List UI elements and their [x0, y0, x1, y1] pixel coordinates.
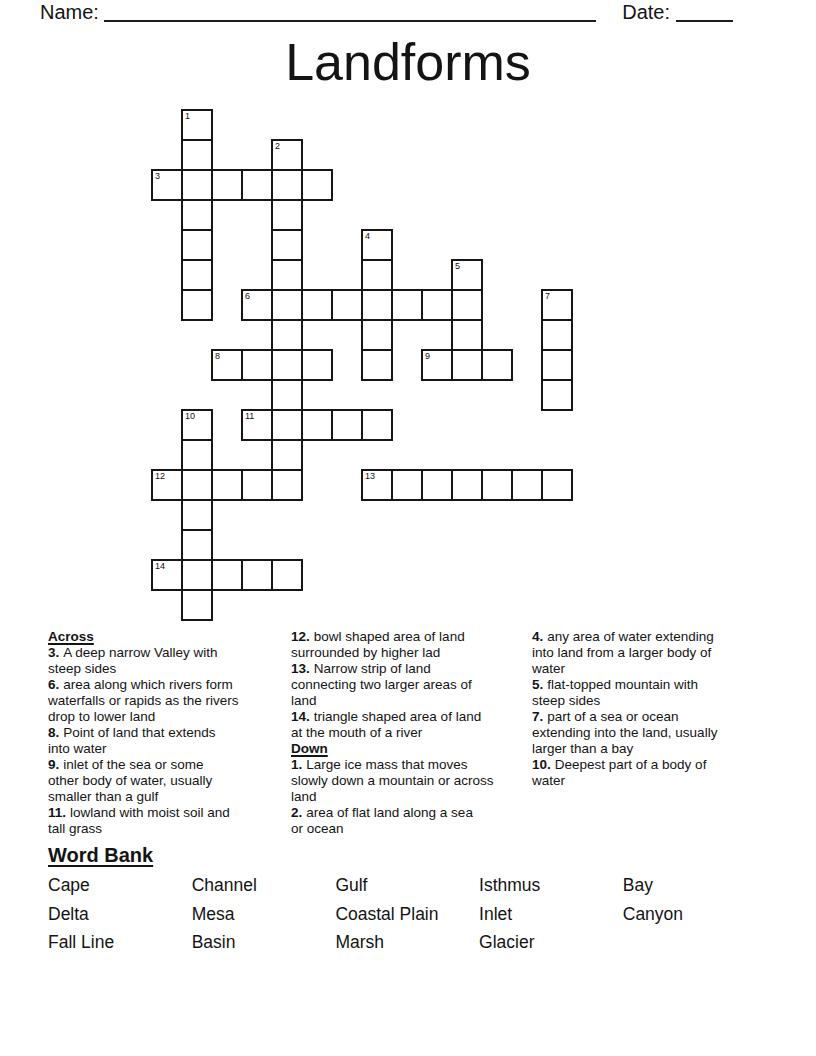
- grid-cell[interactable]: [541, 319, 573, 351]
- grid-cell[interactable]: [421, 289, 453, 321]
- grid-cell[interactable]: [331, 289, 363, 321]
- grid-cell[interactable]: 7: [541, 289, 573, 321]
- word-bank-item: Isthmus: [479, 875, 623, 896]
- grid-cell[interactable]: [421, 469, 453, 501]
- clue-across-6: 6.area along which rivers form waterfall…: [48, 677, 288, 725]
- grid-cell[interactable]: [301, 349, 333, 381]
- clue-across-11: 11.lowland with moist soil and tall gras…: [48, 805, 288, 837]
- cell-number: 2: [275, 141, 280, 151]
- grid-cell[interactable]: 13: [361, 469, 393, 501]
- clue-text: Deepest part of a body of water: [532, 757, 706, 788]
- grid-cell[interactable]: [181, 259, 213, 291]
- grid-cell[interactable]: [271, 439, 303, 471]
- grid-cell[interactable]: [541, 469, 573, 501]
- clue-text: area of flat land along a sea or ocean: [291, 805, 473, 836]
- word-bank-item: Mesa: [192, 904, 336, 925]
- grid-cell[interactable]: [451, 349, 483, 381]
- clue-across-9: 9.inlet of the sea or some other body of…: [48, 757, 288, 805]
- clue-text: triangle shaped area of land at the mout…: [291, 709, 481, 740]
- grid-cell[interactable]: [541, 349, 573, 381]
- grid-cell[interactable]: [361, 259, 393, 291]
- grid-cell[interactable]: [181, 439, 213, 471]
- word-bank: Word Bank Cape Channel Gulf Isthmus Bay …: [48, 844, 778, 961]
- clue-number: 4.: [532, 629, 543, 644]
- word-bank-item: Channel: [192, 875, 336, 896]
- grid-cell[interactable]: [181, 529, 213, 561]
- grid-cell[interactable]: 1: [181, 109, 213, 141]
- word-bank-item: Bay: [623, 875, 767, 896]
- grid-cell[interactable]: [211, 559, 243, 591]
- cell-number: 6: [245, 291, 250, 301]
- grid-cell[interactable]: [331, 409, 363, 441]
- crossword-grid: 1234567891011121314: [152, 110, 572, 620]
- word-bank-item: Glacier: [479, 932, 623, 953]
- grid-cell[interactable]: [361, 319, 393, 351]
- clue-down-4: 4.any area of water extending into land …: [532, 629, 768, 677]
- clue-down-5: 5.flat-topped mountain with steep sides: [532, 677, 768, 709]
- word-bank-item: Canyon: [623, 904, 767, 925]
- grid-cell[interactable]: [361, 349, 393, 381]
- clue-down-7: 7.part of a sea or ocean extending into …: [532, 709, 768, 757]
- cell-number: 9: [425, 351, 430, 361]
- grid-cell[interactable]: [181, 199, 213, 231]
- clue-text: area along which rivers form waterfalls …: [48, 677, 239, 724]
- grid-cell[interactable]: [391, 469, 423, 501]
- clue-number: 13.: [291, 661, 310, 676]
- date-label: Date:: [622, 2, 670, 22]
- clue-column-1: Across 3.A deep narrow Valley with steep…: [48, 629, 288, 837]
- grid-cell[interactable]: 10: [181, 409, 213, 441]
- clue-column-3: 4.any area of water extending into land …: [532, 629, 768, 789]
- grid-cell[interactable]: 11: [241, 409, 273, 441]
- date-blank-line[interactable]: [676, 3, 733, 22]
- grid-cell[interactable]: [301, 409, 333, 441]
- clue-text: lowland with moist soil and tall grass: [48, 805, 230, 836]
- clue-text: flat-topped mountain with steep sides: [532, 677, 698, 708]
- grid-cell[interactable]: [271, 349, 303, 381]
- cell-number: 1: [185, 111, 190, 121]
- clue-across-3: 3.A deep narrow Valley with steep sides: [48, 645, 288, 677]
- grid-cell[interactable]: [271, 259, 303, 291]
- clue-number: 1.: [291, 757, 302, 772]
- grid-cell[interactable]: [181, 289, 213, 321]
- clue-across-8: 8.Point of land that extends into water: [48, 725, 288, 757]
- grid-cell[interactable]: [541, 379, 573, 411]
- clue-column-2: 12.bowl shaped area of land surrounded b…: [291, 629, 531, 837]
- grid-cell[interactable]: [271, 379, 303, 411]
- grid-cell[interactable]: [271, 199, 303, 231]
- word-bank-item: Delta: [48, 904, 192, 925]
- clue-text: any area of water extending into land fr…: [532, 629, 714, 676]
- clue-text: bowl shaped area of land surrounded by h…: [291, 629, 465, 660]
- word-bank-item: Gulf: [335, 875, 479, 896]
- grid-cell[interactable]: 2: [271, 139, 303, 171]
- grid-cell[interactable]: [361, 289, 393, 321]
- down-header: Down: [291, 741, 531, 757]
- clue-number: 14.: [291, 709, 310, 724]
- clue-number: 2.: [291, 805, 302, 820]
- clue-number: 11.: [48, 805, 66, 820]
- grid-cell[interactable]: [271, 409, 303, 441]
- name-date-row: Name: Date:: [40, 2, 733, 22]
- grid-cell[interactable]: [481, 349, 513, 381]
- clue-across-13: 13.Narrow strip of land connecting two l…: [291, 661, 531, 709]
- grid-cell[interactable]: [241, 469, 273, 501]
- clue-number: 12.: [291, 629, 310, 644]
- grid-cell[interactable]: [181, 169, 213, 201]
- grid-cell[interactable]: [511, 469, 543, 501]
- word-bank-header: Word Bank: [48, 844, 153, 867]
- clue-text: part of a sea or ocean extending into th…: [532, 709, 717, 756]
- cell-number: 13: [365, 471, 375, 481]
- grid-cell[interactable]: [451, 469, 483, 501]
- grid-cell[interactable]: [241, 559, 273, 591]
- grid-cell[interactable]: [451, 289, 483, 321]
- cell-number: 7: [545, 291, 550, 301]
- grid-cell[interactable]: [241, 169, 273, 201]
- grid-cell[interactable]: [301, 289, 333, 321]
- grid-cell[interactable]: 5: [451, 259, 483, 291]
- grid-cell[interactable]: [181, 469, 213, 501]
- page-title: Landforms: [0, 35, 816, 89]
- grid-cell[interactable]: [241, 349, 273, 381]
- grid-cell[interactable]: [391, 289, 423, 321]
- grid-cell[interactable]: 14: [151, 559, 183, 591]
- word-bank-item: Marsh: [335, 932, 479, 953]
- cell-number: 14: [155, 561, 165, 571]
- clue-down-2: 2.area of flat land along a sea or ocean: [291, 805, 531, 837]
- grid-cell[interactable]: [271, 559, 303, 591]
- name-blank-line[interactable]: [104, 3, 596, 22]
- grid-cell[interactable]: [271, 319, 303, 351]
- grid-cell[interactable]: [211, 469, 243, 501]
- clue-number: 5.: [532, 677, 543, 692]
- word-bank-item: Inlet: [479, 904, 623, 925]
- grid-cell[interactable]: [271, 289, 303, 321]
- clue-number: 10.: [532, 757, 551, 772]
- grid-cell[interactable]: [481, 469, 513, 501]
- clue-text: inlet of the sea or some other body of w…: [48, 757, 212, 804]
- clue-number: 6.: [48, 677, 59, 692]
- worksheet-page: Name: Date: Landforms 123456789101112131…: [0, 0, 816, 1056]
- grid-cell[interactable]: 8: [211, 349, 243, 381]
- grid-cell[interactable]: 12: [151, 469, 183, 501]
- word-bank-item: Fall Line: [48, 932, 192, 953]
- grid-cell[interactable]: [181, 229, 213, 261]
- grid-cell[interactable]: [271, 469, 303, 501]
- word-bank-list: Cape Channel Gulf Isthmus Bay Delta Mesa…: [48, 875, 778, 961]
- grid-cell[interactable]: [301, 169, 333, 201]
- clue-down-10: 10.Deepest part of a body of water: [532, 757, 768, 789]
- clue-across-14: 14.triangle shaped area of land at the m…: [291, 709, 531, 741]
- grid-cell[interactable]: [451, 319, 483, 351]
- clue-text: Point of land that extends into water: [48, 725, 216, 756]
- name-label: Name:: [40, 2, 99, 22]
- cell-number: 11: [245, 411, 254, 421]
- grid-cell[interactable]: 4: [361, 229, 393, 261]
- clue-across-12: 12.bowl shaped area of land surrounded b…: [291, 629, 531, 661]
- clue-text: Narrow strip of land connecting two larg…: [291, 661, 472, 708]
- grid-cell[interactable]: 6: [241, 289, 273, 321]
- clue-number: 3.: [48, 645, 59, 660]
- cell-number: 8: [215, 351, 220, 361]
- grid-cell[interactable]: [181, 589, 213, 621]
- grid-cell[interactable]: [271, 169, 303, 201]
- cell-number: 5: [455, 261, 460, 271]
- grid-cell[interactable]: [211, 169, 243, 201]
- word-bank-item: Coastal Plain: [335, 904, 479, 925]
- clue-number: 9.: [48, 757, 59, 772]
- grid-cell[interactable]: [181, 139, 213, 171]
- cell-number: 3: [155, 171, 160, 181]
- cell-number: 10: [185, 411, 195, 421]
- word-bank-item: Basin: [192, 932, 336, 953]
- clue-text: Large ice mass that moves slowly down a …: [291, 757, 494, 804]
- word-bank-item: Cape: [48, 875, 192, 896]
- across-header: Across: [48, 629, 288, 645]
- grid-cell[interactable]: [271, 229, 303, 261]
- clue-number: 8.: [48, 725, 59, 740]
- clue-down-1: 1.Large ice mass that moves slowly down …: [291, 757, 531, 805]
- grid-cell[interactable]: 9: [421, 349, 453, 381]
- cell-number: 4: [365, 231, 370, 241]
- cell-number: 12: [155, 471, 165, 481]
- grid-cell[interactable]: [181, 559, 213, 591]
- clue-text: A deep narrow Valley with steep sides: [48, 645, 218, 676]
- grid-cell[interactable]: [181, 499, 213, 531]
- grid-cell[interactable]: [361, 409, 393, 441]
- grid-cell[interactable]: 3: [151, 169, 183, 201]
- clue-number: 7.: [532, 709, 543, 724]
